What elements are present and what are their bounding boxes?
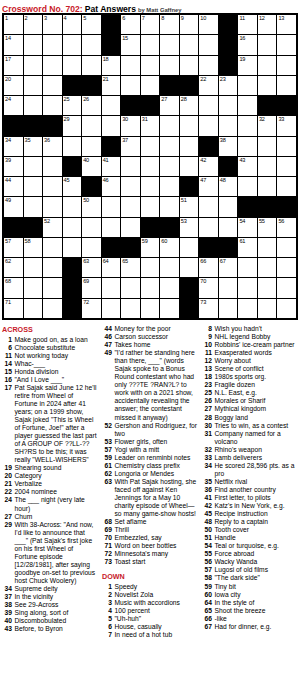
cell-r8c11[interactable]: 42 bbox=[199, 157, 218, 176]
clue-down-57: 57Lugosi of old films bbox=[202, 566, 298, 574]
cell-number-68: 68 bbox=[5, 278, 11, 285]
clue-number: 44 bbox=[102, 325, 112, 333]
cell-r7c9[interactable] bbox=[160, 137, 179, 156]
cell-number-31: 31 bbox=[142, 116, 148, 123]
clue-down-42: 42Katz's in New York, e.g. bbox=[202, 502, 298, 510]
clue-down-48: 48Reply to a captain bbox=[202, 518, 298, 526]
cell-r13c6[interactable]: 64 bbox=[102, 258, 121, 277]
clue-text: Leader on renminbi notes bbox=[115, 454, 199, 462]
cell-number-56: 56 bbox=[278, 218, 284, 225]
cell-r13c5[interactable]: 63 bbox=[82, 258, 101, 277]
cell-r13c14[interactable] bbox=[258, 258, 277, 277]
cell-r4c11[interactable]: 22 bbox=[199, 76, 218, 95]
cell-r15c13[interactable] bbox=[238, 299, 257, 318]
cell-r4c12[interactable]: 23 bbox=[219, 76, 238, 95]
cell-r13c3[interactable] bbox=[43, 258, 62, 277]
cell-r8c6[interactable]: 41 bbox=[102, 157, 121, 176]
clue-down-8: 8Wish you hadn't bbox=[202, 325, 298, 333]
cell-r15c14[interactable] bbox=[258, 299, 277, 318]
cell-r3c3[interactable] bbox=[43, 56, 62, 75]
cell-r14c15[interactable] bbox=[277, 278, 296, 297]
clue-across-16: 16"And I Love ___" bbox=[2, 376, 98, 384]
cell-r2c7[interactable]: 15 bbox=[121, 35, 140, 54]
cell-r4c15[interactable] bbox=[277, 76, 296, 95]
cell-r1c15[interactable]: 13 bbox=[277, 15, 296, 34]
cell-r4c6[interactable]: 21 bbox=[102, 76, 121, 95]
cell-r8c1[interactable]: 39 bbox=[4, 157, 23, 176]
cell-r1c7[interactable]: 6 bbox=[121, 15, 140, 34]
cell-r11c3[interactable]: 52 bbox=[43, 218, 62, 237]
cell-r10c2[interactable] bbox=[24, 197, 43, 216]
cell-r4c7[interactable] bbox=[121, 76, 140, 95]
clue-column-3: 8Wish you hadn't9NHL legend Bobby10Robbi… bbox=[202, 325, 298, 639]
clue-number: 12 bbox=[202, 357, 212, 365]
cell-r6c6[interactable] bbox=[102, 116, 121, 135]
block-cell-r14c4 bbox=[63, 278, 82, 297]
clue-number: 36 bbox=[202, 486, 212, 494]
cell-r8c8[interactable] bbox=[141, 157, 160, 176]
cell-r13c7[interactable]: 65 bbox=[121, 258, 140, 277]
cell-r2c14[interactable] bbox=[258, 35, 277, 54]
clue-text: Tiny bit bbox=[215, 583, 299, 591]
cell-r10c10[interactable]: 51 bbox=[180, 197, 199, 216]
cell-r7c13[interactable] bbox=[238, 137, 257, 156]
cell-r5c11[interactable] bbox=[199, 96, 218, 115]
cell-r2c8[interactable] bbox=[141, 35, 160, 54]
cell-r13c15[interactable] bbox=[277, 258, 296, 277]
clue-text: Discombobulated bbox=[15, 617, 99, 625]
cell-r10c3[interactable] bbox=[43, 197, 62, 216]
clue-text: Embezzled, say bbox=[115, 534, 199, 542]
cell-r6c9[interactable] bbox=[160, 116, 179, 135]
cell-r1c10[interactable]: 9 bbox=[180, 15, 199, 34]
cell-r15c9[interactable] bbox=[160, 299, 179, 318]
cell-number-72: 72 bbox=[83, 299, 89, 306]
cell-r5c3[interactable] bbox=[43, 96, 62, 115]
cell-number-30: 30 bbox=[122, 116, 128, 123]
clue-text: Honda division bbox=[15, 368, 99, 376]
block-cell-r9c10 bbox=[180, 177, 199, 196]
cell-r14c8[interactable] bbox=[141, 278, 160, 297]
cell-r2c9[interactable] bbox=[160, 35, 179, 54]
cell-r3c7[interactable] bbox=[121, 56, 140, 75]
cell-r10c9[interactable] bbox=[160, 197, 179, 216]
cell-r11c10[interactable]: 53 bbox=[180, 218, 199, 237]
cell-r7c7[interactable]: 37 bbox=[121, 137, 140, 156]
cell-r3c10[interactable] bbox=[180, 56, 199, 75]
cell-r11c7[interactable] bbox=[121, 218, 140, 237]
clue-down-56: 56Wacky Wanda bbox=[202, 558, 298, 566]
cell-r8c10[interactable] bbox=[180, 157, 199, 176]
cell-r8c14[interactable] bbox=[258, 157, 277, 176]
cell-r14c2[interactable] bbox=[24, 278, 43, 297]
cell-r9c2[interactable] bbox=[24, 177, 43, 196]
cell-r2c13[interactable]: 16 bbox=[238, 35, 257, 54]
cell-number-58: 58 bbox=[25, 238, 31, 245]
cell-r15c1[interactable]: 71 bbox=[4, 299, 23, 318]
cell-r6c8[interactable]: 31 bbox=[141, 116, 160, 135]
clue-down-64: 64In the style of bbox=[202, 599, 298, 607]
cell-r3c2[interactable] bbox=[24, 56, 43, 75]
cell-r13c13[interactable] bbox=[238, 258, 257, 277]
cell-r3c14[interactable] bbox=[258, 56, 277, 75]
cell-r9c14[interactable] bbox=[258, 177, 277, 196]
block-cell-r10c14 bbox=[258, 197, 277, 216]
cell-r9c6[interactable]: 46 bbox=[102, 177, 121, 196]
cell-r3c15[interactable] bbox=[277, 56, 296, 75]
cell-r11c11[interactable] bbox=[199, 218, 218, 237]
clue-text: Worry about bbox=[215, 357, 299, 365]
cell-r3c8[interactable] bbox=[141, 56, 160, 75]
cell-r2c2[interactable] bbox=[24, 35, 43, 54]
cell-r14c5[interactable]: 69 bbox=[82, 278, 101, 297]
clue-across-15: 15Honda division bbox=[2, 368, 98, 376]
cell-r3c4[interactable] bbox=[63, 56, 82, 75]
cell-r3c1[interactable]: 17 bbox=[4, 56, 23, 75]
cell-r13c9[interactable] bbox=[160, 258, 179, 277]
cell-number-15: 15 bbox=[122, 35, 128, 42]
cell-r7c10[interactable] bbox=[180, 137, 199, 156]
clue-text: In need of a hot tub bbox=[115, 631, 199, 639]
cell-r1c9[interactable]: 8 bbox=[160, 15, 179, 34]
clue-across-71: 71Word on beer bottles bbox=[102, 542, 198, 550]
cell-r8c15[interactable] bbox=[277, 157, 296, 176]
cell-r11c15[interactable]: 56 bbox=[277, 218, 296, 237]
cell-r14c11[interactable]: 70 bbox=[199, 278, 218, 297]
cell-r2c4[interactable] bbox=[63, 35, 82, 54]
cell-r4c14[interactable] bbox=[258, 76, 277, 95]
cell-r2c15[interactable] bbox=[277, 35, 296, 54]
cell-r15c7[interactable] bbox=[121, 299, 140, 318]
cell-r6c11[interactable] bbox=[199, 116, 218, 135]
cell-r7c5[interactable] bbox=[82, 137, 101, 156]
cell-number-46: 46 bbox=[103, 177, 109, 184]
block-cell-r11c2 bbox=[24, 218, 43, 237]
cell-number-37: 37 bbox=[122, 137, 128, 144]
cell-r3c11[interactable] bbox=[199, 56, 218, 75]
cell-r4c13[interactable] bbox=[238, 76, 257, 95]
cell-r1c11[interactable]: 10 bbox=[199, 15, 218, 34]
cell-r10c4[interactable] bbox=[63, 197, 82, 216]
cell-r15c3[interactable] bbox=[43, 299, 62, 318]
cell-r14c7[interactable] bbox=[121, 278, 140, 297]
cell-r5c5[interactable]: 26 bbox=[82, 96, 101, 115]
cell-r9c13[interactable] bbox=[238, 177, 257, 196]
cell-number-5: 5 bbox=[83, 15, 86, 22]
clue-text: See 29-Across bbox=[15, 601, 99, 609]
cell-number-47: 47 bbox=[200, 177, 206, 184]
cell-r13c12[interactable]: 67 bbox=[219, 258, 238, 277]
clue-across-24: 24The ___ night (very late hour) bbox=[2, 496, 98, 512]
cell-r3c13[interactable]: 19 bbox=[238, 56, 257, 75]
cell-number-28: 28 bbox=[181, 96, 187, 103]
cell-r12c8[interactable]: 59 bbox=[141, 238, 160, 257]
cell-r9c12[interactable]: 48 bbox=[219, 177, 238, 196]
cell-r7c12[interactable]: 38 bbox=[219, 137, 238, 156]
clue-number: 65 bbox=[202, 607, 212, 615]
cell-r7c1[interactable]: 34 bbox=[4, 137, 23, 156]
cell-r9c4[interactable]: 45 bbox=[63, 177, 82, 196]
cell-number-43: 43 bbox=[239, 157, 245, 164]
cell-r3c9[interactable] bbox=[160, 56, 179, 75]
clue-across-20: 20Category bbox=[2, 472, 98, 480]
cell-r4c1[interactable]: 20 bbox=[4, 76, 23, 95]
clue-across-69: 69Thrill bbox=[102, 526, 198, 534]
cell-r6c10[interactable] bbox=[180, 116, 199, 135]
cell-r5c4[interactable]: 25 bbox=[63, 96, 82, 115]
cell-r10c6[interactable] bbox=[102, 197, 121, 216]
cell-r7c3[interactable]: 36 bbox=[43, 137, 62, 156]
block-cell-r12c7 bbox=[121, 238, 140, 257]
cell-number-66: 66 bbox=[200, 258, 206, 265]
cell-r2c3[interactable] bbox=[43, 35, 62, 54]
cell-r13c10[interactable] bbox=[180, 258, 199, 277]
cell-r10c7[interactable] bbox=[121, 197, 140, 216]
cell-r9c3[interactable] bbox=[43, 177, 62, 196]
cell-r2c1[interactable]: 14 bbox=[4, 35, 23, 54]
cell-r14c1[interactable]: 68 bbox=[4, 278, 23, 297]
cell-r8c13[interactable]: 43 bbox=[238, 157, 257, 176]
cell-r7c14[interactable] bbox=[258, 137, 277, 156]
clue-down-26: 26Morales or Sharif bbox=[202, 397, 298, 405]
clue-down-9: 9NHL legend Bobby bbox=[202, 333, 298, 341]
clue-number: 34 bbox=[202, 462, 212, 470]
block-cell-r10c15 bbox=[277, 197, 296, 216]
cell-r6c5[interactable] bbox=[82, 116, 101, 135]
cell-number-35: 35 bbox=[25, 137, 31, 144]
cell-r10c11[interactable] bbox=[199, 197, 218, 216]
cell-r15c2[interactable] bbox=[24, 299, 43, 318]
cell-number-1: 1 bbox=[5, 15, 8, 22]
cell-r12c9[interactable]: 60 bbox=[160, 238, 179, 257]
clue-down-60: 60Iowa city bbox=[202, 591, 298, 599]
clue-down-1: 1Speedy bbox=[102, 583, 198, 591]
cell-number-38: 38 bbox=[220, 137, 226, 144]
cell-r2c10[interactable] bbox=[180, 35, 199, 54]
cell-r12c2[interactable]: 58 bbox=[24, 238, 43, 257]
cell-number-45: 45 bbox=[64, 177, 70, 184]
clue-down-45: 45Recipe instruction bbox=[202, 510, 298, 518]
block-cell-r9c5 bbox=[82, 177, 101, 196]
cell-r5c13[interactable] bbox=[238, 96, 257, 115]
cell-r12c1[interactable]: 57 bbox=[4, 238, 23, 257]
cell-r15c15[interactable] bbox=[277, 299, 296, 318]
clue-down-32: 32Rhino's weapon bbox=[202, 446, 298, 454]
cell-r12c5[interactable] bbox=[82, 238, 101, 257]
clue-across-27: 27Chum bbox=[2, 513, 98, 521]
cell-r9c11[interactable]: 47 bbox=[199, 177, 218, 196]
clue-number: 24 bbox=[2, 496, 12, 504]
cell-r1c14[interactable]: 12 bbox=[258, 15, 277, 34]
cell-r14c6[interactable] bbox=[102, 278, 121, 297]
cell-number-73: 73 bbox=[200, 299, 206, 306]
cell-r2c5[interactable] bbox=[82, 35, 101, 54]
cell-r12c13[interactable]: 61 bbox=[238, 238, 257, 257]
clue-number: 51 bbox=[202, 534, 212, 542]
cell-r14c13[interactable] bbox=[238, 278, 257, 297]
cell-r5c10[interactable]: 28 bbox=[180, 96, 199, 115]
cell-r12c14[interactable] bbox=[258, 238, 277, 257]
cell-r12c15[interactable] bbox=[277, 238, 296, 257]
cell-number-34: 34 bbox=[5, 137, 11, 144]
cell-r10c5[interactable]: 50 bbox=[82, 197, 101, 216]
cell-r5c2[interactable] bbox=[24, 96, 43, 115]
cell-number-40: 40 bbox=[83, 157, 89, 164]
cell-r15c12[interactable] bbox=[219, 299, 238, 318]
clue-down-67: 67Had for dinner, e.g. bbox=[202, 623, 298, 631]
cell-number-53: 53 bbox=[181, 218, 187, 225]
cell-r11c14[interactable]: 55 bbox=[258, 218, 277, 237]
cell-number-29: 29 bbox=[64, 116, 70, 123]
clue-number: 72 bbox=[102, 550, 112, 558]
cell-r9c9[interactable] bbox=[160, 177, 179, 196]
clue-text: Category bbox=[15, 472, 99, 480]
crossword-grid[interactable]: 1234567891011121314151617181920212223242… bbox=[2, 13, 298, 320]
cell-r11c4[interactable] bbox=[63, 218, 82, 237]
cell-r6c13[interactable] bbox=[238, 116, 257, 135]
cell-number-61: 61 bbox=[239, 238, 245, 245]
cell-r13c8[interactable] bbox=[141, 258, 160, 277]
cell-number-7: 7 bbox=[142, 15, 145, 22]
cell-r1c2[interactable]: 2 bbox=[24, 15, 43, 34]
clue-across-47: 47Takes home bbox=[102, 341, 198, 349]
clue-text: Word on beer bottles bbox=[115, 542, 199, 550]
cell-r8c5[interactable]: 40 bbox=[82, 157, 101, 176]
block-cell-r3c12 bbox=[219, 56, 238, 75]
cell-r15c11[interactable]: 73 bbox=[199, 299, 218, 318]
block-cell-r5c14 bbox=[258, 96, 277, 115]
clue-number: 42 bbox=[202, 502, 212, 510]
cell-r5c1[interactable]: 24 bbox=[4, 96, 23, 115]
cell-r9c15[interactable] bbox=[277, 177, 296, 196]
clue-across-53: 53Flower girls, often bbox=[102, 438, 198, 446]
cell-r7c8[interactable] bbox=[141, 137, 160, 156]
cell-r10c12[interactable] bbox=[219, 197, 238, 216]
cell-r15c6[interactable] bbox=[102, 299, 121, 318]
cell-r7c2[interactable]: 35 bbox=[24, 137, 43, 156]
clue-down-55: 55Force abroad bbox=[202, 550, 298, 558]
cell-r9c7[interactable] bbox=[121, 177, 140, 196]
cell-r1c8[interactable]: 7 bbox=[141, 15, 160, 34]
cell-r12c4[interactable] bbox=[63, 238, 82, 257]
cell-r13c11[interactable]: 66 bbox=[199, 258, 218, 277]
cell-r7c15[interactable] bbox=[277, 137, 296, 156]
cell-r1c3[interactable]: 3 bbox=[43, 15, 62, 34]
cell-r1c4[interactable]: 4 bbox=[63, 15, 82, 34]
clue-number: 57 bbox=[202, 566, 212, 574]
cell-r4c2[interactable] bbox=[24, 76, 43, 95]
clue-number: 59 bbox=[202, 583, 212, 591]
cell-r6c4[interactable]: 29 bbox=[63, 116, 82, 135]
block-cell-r4c9 bbox=[160, 76, 179, 95]
cell-r8c7[interactable] bbox=[121, 157, 140, 176]
cell-r14c9[interactable] bbox=[160, 278, 179, 297]
cell-r9c8[interactable] bbox=[141, 177, 160, 196]
cell-r8c3[interactable] bbox=[43, 157, 62, 176]
clue-column-2: 44Money for the poor46Carson successor47… bbox=[102, 325, 198, 639]
page-title: Crossword No. 702:Pat Answersby Matt Gaf… bbox=[2, 1, 298, 12]
clue-number: 5 bbox=[102, 615, 112, 623]
clue-across-57: 57Yogi with a mitt bbox=[102, 446, 198, 454]
cell-r5c12[interactable] bbox=[219, 96, 238, 115]
clue-number: 67 bbox=[202, 623, 212, 631]
cell-r10c8[interactable] bbox=[141, 197, 160, 216]
cell-r2c11[interactable] bbox=[199, 35, 218, 54]
cell-r12c3[interactable] bbox=[43, 238, 62, 257]
cell-r11c5[interactable] bbox=[82, 218, 101, 237]
cell-r6c12[interactable] bbox=[219, 116, 238, 135]
cell-r10c1[interactable]: 49 bbox=[4, 197, 23, 216]
block-cell-r12c6 bbox=[102, 238, 121, 257]
cell-number-44: 44 bbox=[5, 177, 11, 184]
clue-text: Supreme deity bbox=[15, 585, 99, 593]
cell-r6c7[interactable]: 30 bbox=[121, 116, 140, 135]
cell-r3c6[interactable]: 18 bbox=[102, 56, 121, 75]
clue-text: Make good on, as a loan bbox=[15, 336, 99, 344]
cell-r15c8[interactable] bbox=[141, 299, 160, 318]
clue-number: 69 bbox=[102, 526, 112, 534]
clue-number: 16 bbox=[2, 376, 12, 384]
clue-text: In the vicinity bbox=[15, 593, 99, 601]
cell-r14c12[interactable] bbox=[219, 278, 238, 297]
cell-r1c5[interactable]: 5 bbox=[82, 15, 101, 34]
cell-r1c13[interactable]: 11 bbox=[238, 15, 257, 34]
clue-text: N.L. East, e.g. bbox=[215, 389, 299, 397]
clue-text: "And I Love ___" bbox=[15, 376, 99, 384]
cell-r8c2[interactable] bbox=[24, 157, 43, 176]
block-cell-r12c11 bbox=[199, 238, 218, 257]
cell-r12c10[interactable] bbox=[180, 238, 199, 257]
cell-r13c2[interactable] bbox=[24, 258, 43, 277]
clue-text: In the style of bbox=[215, 599, 299, 607]
cell-r13c1[interactable]: 62 bbox=[4, 258, 23, 277]
cell-r4c3[interactable] bbox=[43, 76, 62, 95]
cell-r14c14[interactable] bbox=[258, 278, 277, 297]
cell-r11c13[interactable]: 54 bbox=[238, 218, 257, 237]
clue-number: 1 bbox=[102, 583, 112, 591]
clue-number: 66 bbox=[202, 615, 212, 623]
cell-r7c4[interactable] bbox=[63, 137, 82, 156]
clue-down-11: 11Exasperated words bbox=[202, 349, 298, 357]
cell-number-17: 17 bbox=[5, 56, 11, 63]
cell-number-2: 2 bbox=[25, 15, 28, 22]
cell-r3c5[interactable] bbox=[82, 56, 101, 75]
clue-text: Sing along, sort of bbox=[15, 609, 99, 617]
clue-down-7: 7In need of a hot tub bbox=[102, 631, 198, 639]
cell-r6c14[interactable]: 32 bbox=[258, 116, 277, 135]
cell-r6c15[interactable]: 33 bbox=[277, 116, 296, 135]
clue-text: Shearing sound bbox=[15, 464, 99, 472]
clue-across-19: 19Shearing sound bbox=[2, 464, 98, 472]
cell-number-32: 32 bbox=[259, 116, 265, 123]
cell-r14c3[interactable] bbox=[43, 278, 62, 297]
clue-down-10: 10Robbins' ice-cream partner bbox=[202, 341, 298, 349]
cell-r1c1[interactable]: 1 bbox=[4, 15, 23, 34]
block-cell-r11c1 bbox=[4, 218, 23, 237]
cell-r4c8[interactable] bbox=[141, 76, 160, 95]
cell-number-64: 64 bbox=[103, 258, 109, 265]
cell-r5c9[interactable]: 27 bbox=[160, 96, 179, 115]
clue-text: Tooth cover bbox=[215, 526, 299, 534]
cell-r8c9[interactable] bbox=[160, 157, 179, 176]
cell-r11c12[interactable] bbox=[219, 218, 238, 237]
cell-r9c1[interactable]: 44 bbox=[4, 177, 23, 196]
clue-text: Gershon and Rodriguez, for two bbox=[115, 422, 199, 438]
clue-down-34: 34He scored 28,596 pts. as a pro bbox=[202, 462, 298, 478]
cell-r5c6[interactable] bbox=[102, 96, 121, 115]
cell-r15c5[interactable]: 72 bbox=[82, 299, 101, 318]
cell-r11c6[interactable] bbox=[102, 218, 121, 237]
